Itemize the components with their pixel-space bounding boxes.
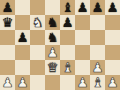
square-g3[interactable]: ♟ <box>90 60 105 75</box>
square-h6[interactable] <box>105 15 120 30</box>
chess-board: ♟♝♟♟♟♛♞♞♟♟♞♟♛♝♟♟♟♟♝♟ <box>0 0 120 90</box>
piece-white-bishop[interactable]: ♝ <box>92 75 104 90</box>
square-b5[interactable]: ♟ <box>15 30 30 45</box>
piece-white-pawn[interactable]: ♟ <box>77 75 89 90</box>
piece-white-pawn[interactable]: ♟ <box>2 75 14 90</box>
square-e4[interactable] <box>60 45 75 60</box>
square-a3[interactable] <box>0 60 15 75</box>
square-f4[interactable] <box>75 45 90 60</box>
square-a2[interactable]: ♟ <box>0 75 15 90</box>
piece-black-queen[interactable]: ♛ <box>2 15 14 30</box>
piece-black-pawn[interactable]: ♟ <box>77 0 89 15</box>
square-d6[interactable]: ♞ <box>45 15 60 30</box>
square-e6[interactable]: ♟ <box>60 15 75 30</box>
piece-white-pawn[interactable]: ♟ <box>17 75 29 90</box>
square-h4[interactable] <box>105 45 120 60</box>
square-f2[interactable]: ♟ <box>75 75 90 90</box>
piece-black-pawn[interactable]: ♟ <box>17 30 29 45</box>
piece-white-bishop[interactable]: ♝ <box>62 60 74 75</box>
square-d2[interactable] <box>45 75 60 90</box>
square-e7[interactable]: ♝ <box>60 0 75 15</box>
square-c5[interactable] <box>30 30 45 45</box>
square-g2[interactable]: ♝ <box>90 75 105 90</box>
square-f7[interactable]: ♟ <box>75 0 90 15</box>
square-b4[interactable] <box>15 45 30 60</box>
piece-white-queen[interactable]: ♛ <box>47 60 59 75</box>
square-d3[interactable]: ♛ <box>45 60 60 75</box>
piece-white-pawn[interactable]: ♟ <box>92 60 104 75</box>
piece-black-pawn[interactable]: ♟ <box>2 0 14 15</box>
square-b2[interactable]: ♟ <box>15 75 30 90</box>
square-e2[interactable] <box>60 75 75 90</box>
square-h7[interactable]: ♟ <box>105 0 120 15</box>
square-h3[interactable] <box>105 60 120 75</box>
square-e3[interactable]: ♝ <box>60 60 75 75</box>
square-a5[interactable] <box>0 30 15 45</box>
square-b6[interactable] <box>15 15 30 30</box>
square-a6[interactable]: ♛ <box>0 15 15 30</box>
square-g4[interactable] <box>90 45 105 60</box>
square-a4[interactable] <box>0 45 15 60</box>
square-c6[interactable]: ♞ <box>30 15 45 30</box>
square-e5[interactable] <box>60 30 75 45</box>
square-f3[interactable] <box>75 60 90 75</box>
square-b7[interactable] <box>15 0 30 15</box>
square-d7[interactable] <box>45 0 60 15</box>
piece-white-pawn[interactable]: ♟ <box>47 45 59 60</box>
square-b3[interactable] <box>15 60 30 75</box>
square-c3[interactable] <box>30 60 45 75</box>
piece-black-pawn[interactable]: ♟ <box>92 0 104 15</box>
square-d5[interactable]: ♞ <box>45 30 60 45</box>
square-g7[interactable]: ♟ <box>90 0 105 15</box>
piece-black-bishop[interactable]: ♝ <box>62 0 74 15</box>
square-c4[interactable] <box>30 45 45 60</box>
square-f5[interactable] <box>75 30 90 45</box>
piece-white-knight[interactable]: ♞ <box>32 15 44 30</box>
square-c2[interactable] <box>30 75 45 90</box>
square-d4[interactable]: ♟ <box>45 45 60 60</box>
piece-black-knight[interactable]: ♞ <box>47 15 59 30</box>
piece-black-pawn[interactable]: ♟ <box>62 15 74 30</box>
square-g6[interactable] <box>90 15 105 30</box>
square-h2[interactable]: ♟ <box>105 75 120 90</box>
square-c7[interactable] <box>30 0 45 15</box>
square-g5[interactable] <box>90 30 105 45</box>
square-a7[interactable]: ♟ <box>0 0 15 15</box>
piece-black-pawn[interactable]: ♟ <box>107 0 119 15</box>
square-f6[interactable] <box>75 15 90 30</box>
piece-black-knight[interactable]: ♞ <box>47 30 59 45</box>
piece-white-pawn[interactable]: ♟ <box>107 75 119 90</box>
square-h5[interactable] <box>105 30 120 45</box>
